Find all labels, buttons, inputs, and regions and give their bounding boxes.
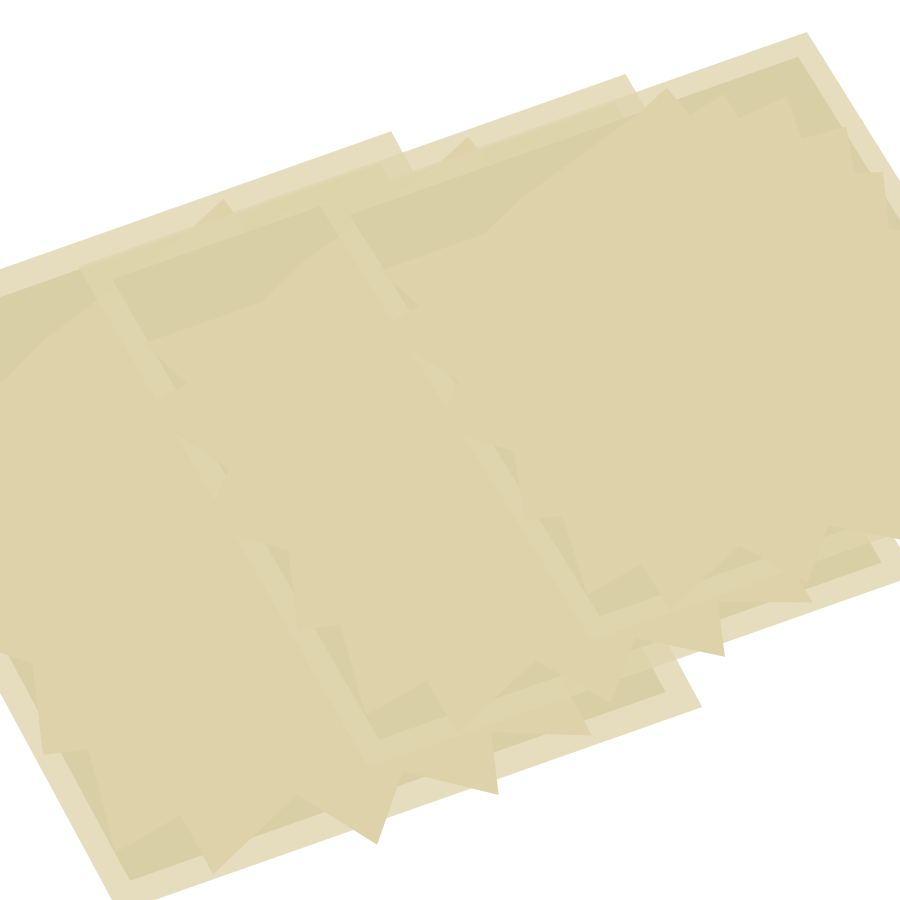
window-3-star-cutout: [565, 232, 828, 440]
product-photo-stage: [0, 0, 900, 900]
window-3: [541, 210, 858, 464]
product-image: [0, 0, 900, 900]
